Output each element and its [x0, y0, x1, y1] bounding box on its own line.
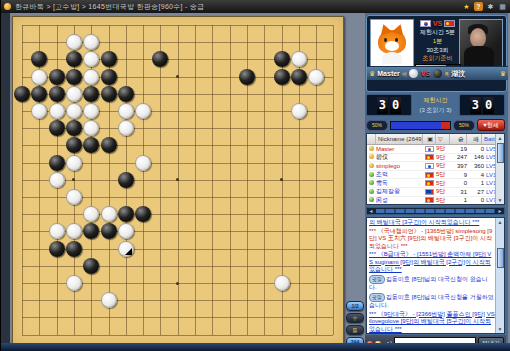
- byoyomi-label: 30초3회: [426, 46, 448, 54]
- black-stone: [274, 51, 290, 67]
- title-bar[interactable]: 한큐바둑 > [고수방] > 1645번대국방 한판승[960수] - 승급 ★…: [1, 0, 510, 13]
- white-stone: [66, 103, 82, 119]
- vs-center-label: VS: [421, 70, 430, 77]
- white-stone: [308, 69, 324, 85]
- white-stone: [66, 34, 82, 50]
- medal-icon: [369, 163, 374, 168]
- kr-flag-icon: [425, 146, 434, 152]
- user-losses: 4: [469, 172, 486, 178]
- white-stone: [49, 223, 65, 239]
- byoyomi-count-label: (3 초읽기 3): [419, 106, 451, 115]
- player-info-panel: VS 제한시간 5분 1분 30초3회 초읽기준비 ♛ Master 백 VS …: [366, 15, 507, 92]
- user-losses: 0: [469, 146, 486, 152]
- cn-flag-icon: [425, 172, 434, 178]
- user-wins: 247: [450, 154, 469, 160]
- game-window: 한큐바둑 > [고수방] > 1645번대국방 한판승[960수] - 승급 ★…: [0, 0, 510, 351]
- chat-line: 귓말김동미호 [8단]님의 대국신청을 거절하였습니다.: [369, 293, 495, 310]
- black-tag: 흑: [444, 71, 449, 77]
- black-stone: [49, 155, 65, 171]
- user-list-scrollbar[interactable]: ▲ ▼: [495, 134, 504, 204]
- cn-flag-icon: [425, 197, 434, 203]
- black-stone: [101, 86, 117, 102]
- user-nickname[interactable]: simplego: [376, 163, 423, 169]
- black-stone: [118, 206, 134, 222]
- fox-avatar-icon: [378, 30, 406, 54]
- analysis-button[interactable]: ♥형세: [477, 119, 505, 131]
- white-stone: [83, 120, 99, 136]
- user-losses: 146: [469, 154, 486, 160]
- board-tool-button[interactable]: 1/2: [346, 301, 364, 311]
- medal-icon: [369, 197, 374, 202]
- black-timer: 3 0: [459, 94, 505, 116]
- user-list-hscrollbar[interactable]: ◄►: [366, 207, 505, 215]
- window-title: 한큐바둑 > [고수방] > 1645번대국방 한판승[960수] - 승급: [15, 2, 205, 12]
- go-board[interactable]: [12, 16, 344, 345]
- black-stone: [31, 86, 47, 102]
- chat-line: *** 《국내챔피언》 - [1365번방] simplesong [9단] V…: [369, 228, 495, 251]
- whisper-pill-icon: 귓말: [369, 293, 385, 303]
- cn-flag-icon: [425, 180, 434, 186]
- medal-icon: [369, 180, 374, 185]
- black-stone: [118, 86, 134, 102]
- user-nickname[interactable]: Master: [376, 146, 423, 152]
- window-bottom-frame: [1, 343, 510, 351]
- timer-label: 제한시간: [424, 96, 448, 105]
- black-stone: [66, 51, 82, 67]
- white-stone: [66, 155, 82, 171]
- black-percent: 50%: [453, 120, 475, 131]
- white-player-avatar[interactable]: [370, 19, 414, 67]
- black-stone: [83, 223, 99, 239]
- black-stone: [49, 86, 65, 102]
- white-stone: [83, 69, 99, 85]
- crown-icon: ♛: [500, 69, 506, 79]
- last-move-marker: [125, 248, 132, 255]
- black-stone: [101, 137, 117, 153]
- white-stone: [291, 51, 307, 67]
- timer-digit: 0: [483, 97, 494, 114]
- black-stone: [66, 241, 82, 257]
- white-stone: [118, 103, 134, 119]
- white-stone: [118, 241, 134, 257]
- white-stone: [31, 103, 47, 119]
- kr-flag-icon: [425, 163, 434, 169]
- white-stone: [101, 206, 117, 222]
- white-stone: [83, 206, 99, 222]
- black-stone-icon: [433, 69, 442, 78]
- chat-line: *** 《B급대국》 - [1551번방] 춘백아체 [9단] VS sugin…: [369, 251, 495, 274]
- white-stone: [66, 223, 82, 239]
- black-stone: [49, 69, 65, 85]
- black-stone: [83, 137, 99, 153]
- player-name-bar: ♛ Master 백 VS 흑 湖汶 ♛: [367, 66, 508, 80]
- board-tool-button[interactable]: 돌: [346, 325, 364, 335]
- cn-flag-icon: [425, 154, 434, 160]
- white-stone: [49, 172, 65, 188]
- timer-digit: 3: [470, 97, 481, 114]
- timer-row: 3 0 제한시간 (3 초읽기 3) 3 0: [366, 93, 505, 117]
- right-panel: VS 제한시간 5분 1분 30초3회 초읽기준비 ♛ Master 백 VS …: [365, 13, 508, 343]
- chat-scrollbar[interactable]: ▲ ▼: [495, 218, 504, 333]
- match-status-label: 초읽기준비: [423, 55, 453, 62]
- tw-flag-icon: [425, 189, 434, 195]
- white-stone: [83, 34, 99, 50]
- titlebar-icons: ★ ? ✱ ▦: [462, 2, 510, 11]
- black-stone: [101, 223, 117, 239]
- white-stone: [274, 275, 290, 291]
- white-stone: [135, 155, 151, 171]
- black-stone: [49, 120, 65, 136]
- black-stone: [31, 51, 47, 67]
- medal-icon: [369, 154, 374, 159]
- time-remaining-label: 1분: [433, 37, 442, 45]
- medal-icon: [369, 146, 374, 151]
- nickname-column-header[interactable]: Nickname (2649): [376, 134, 423, 144]
- black-stone: [83, 86, 99, 102]
- board-zone: 1/2수돌244▶: [1, 13, 365, 343]
- white-stone: [66, 275, 82, 291]
- losses-column-header[interactable]: 패: [467, 134, 482, 144]
- user-wins: 0: [450, 180, 469, 186]
- white-stone: [101, 292, 117, 308]
- chat-line: 귓말김동미호 [8단]님의 대국신청이 왔습니다.: [369, 275, 495, 292]
- medal-icon: [369, 172, 374, 177]
- white-stone: [31, 69, 47, 85]
- user-losses: 1: [469, 180, 486, 186]
- win-rate-bar: [390, 121, 451, 130]
- black-player-avatar[interactable]: [459, 19, 503, 67]
- user-wins: 1: [450, 197, 469, 203]
- black-stone: [274, 69, 290, 85]
- white-stone: [66, 189, 82, 205]
- china-flag-icon: [444, 20, 455, 27]
- black-stone: [14, 86, 30, 102]
- white-player-name[interactable]: Master: [377, 70, 400, 77]
- medal-column-header: [367, 134, 376, 144]
- user-list: Nickname (2649) ▣ ▽ 승 패 Battle Master9단1…: [366, 133, 505, 205]
- settings-icon[interactable]: ✱: [486, 2, 495, 11]
- chat-line: 의 배팅대국 [3구간]이 시작되었습니다 ***: [369, 219, 495, 227]
- white-stone: [118, 120, 134, 136]
- wins-column-header[interactable]: 승: [450, 134, 467, 144]
- timer-center-info: 제한시간 (3 초읽기 3): [412, 96, 459, 115]
- white-stone: [135, 103, 151, 119]
- user-nickname[interactable]: 闲성: [376, 196, 423, 205]
- time-limit-label: 제한시간 5분: [420, 28, 455, 36]
- white-stone: [83, 103, 99, 119]
- black-stone: [101, 51, 117, 67]
- chat-log[interactable]: 의 배팅대국 [3구간]이 시작되었습니다 ****** 《국내챔피언》 - […: [366, 217, 505, 334]
- board-tool-button[interactable]: 수: [346, 313, 364, 323]
- black-stone: [135, 206, 151, 222]
- black-stone: [239, 69, 255, 85]
- star-icon[interactable]: ★: [462, 2, 471, 11]
- rank-column-header[interactable]: ▽: [436, 134, 450, 144]
- korea-flag-icon: [420, 20, 431, 27]
- white-stone: [49, 103, 65, 119]
- black-stone: [49, 241, 65, 257]
- black-stone: [83, 258, 99, 274]
- help-icon[interactable]: ?: [474, 2, 483, 11]
- timer-digit: 3: [377, 97, 388, 114]
- user-nickname[interactable]: 碧仅: [376, 153, 423, 162]
- white-timer: 3 0: [366, 94, 412, 116]
- whisper-pill-icon: 귓말: [369, 275, 385, 285]
- user-wins: 397: [450, 163, 469, 169]
- black-stone: [101, 69, 117, 85]
- white-percent: 50%: [366, 120, 388, 131]
- white-tag: 백: [402, 71, 407, 77]
- chat-line: *** 《9단대국》 - [2366번방] 졸풍스인 [9단] VS ilove…: [369, 311, 495, 334]
- flag-column-header[interactable]: ▣: [423, 134, 436, 144]
- white-stone-icon: [409, 69, 418, 78]
- user-rank: 9단: [436, 204, 450, 205]
- user-wins: 19: [450, 146, 469, 152]
- screen-icon[interactable]: ▦: [498, 2, 507, 11]
- black-stone: [118, 172, 134, 188]
- black-stone: [66, 69, 82, 85]
- timer-digit: 0: [390, 97, 401, 114]
- black-stone: [291, 69, 307, 85]
- black-stone: [152, 51, 168, 67]
- white-stone: [66, 86, 82, 102]
- user-losses: 27: [469, 189, 486, 195]
- app-logo-icon: [4, 3, 11, 10]
- white-stone: [291, 103, 307, 119]
- user-wins: 31: [450, 189, 469, 195]
- white-stone: [118, 223, 134, 239]
- medal-icon: [369, 189, 374, 194]
- user-wins: 9: [450, 172, 469, 178]
- black-stone: [66, 120, 82, 136]
- vs-label: VS: [433, 20, 442, 27]
- crown-icon: ♛: [369, 69, 375, 79]
- black-player-name[interactable]: 湖汶: [451, 69, 465, 79]
- user-losses: 0: [469, 197, 486, 203]
- white-stone: [83, 51, 99, 67]
- score-bar-row: 50% 50% ♥형세: [366, 119, 505, 131]
- black-stone: [66, 137, 82, 153]
- user-losses: 360: [469, 163, 486, 169]
